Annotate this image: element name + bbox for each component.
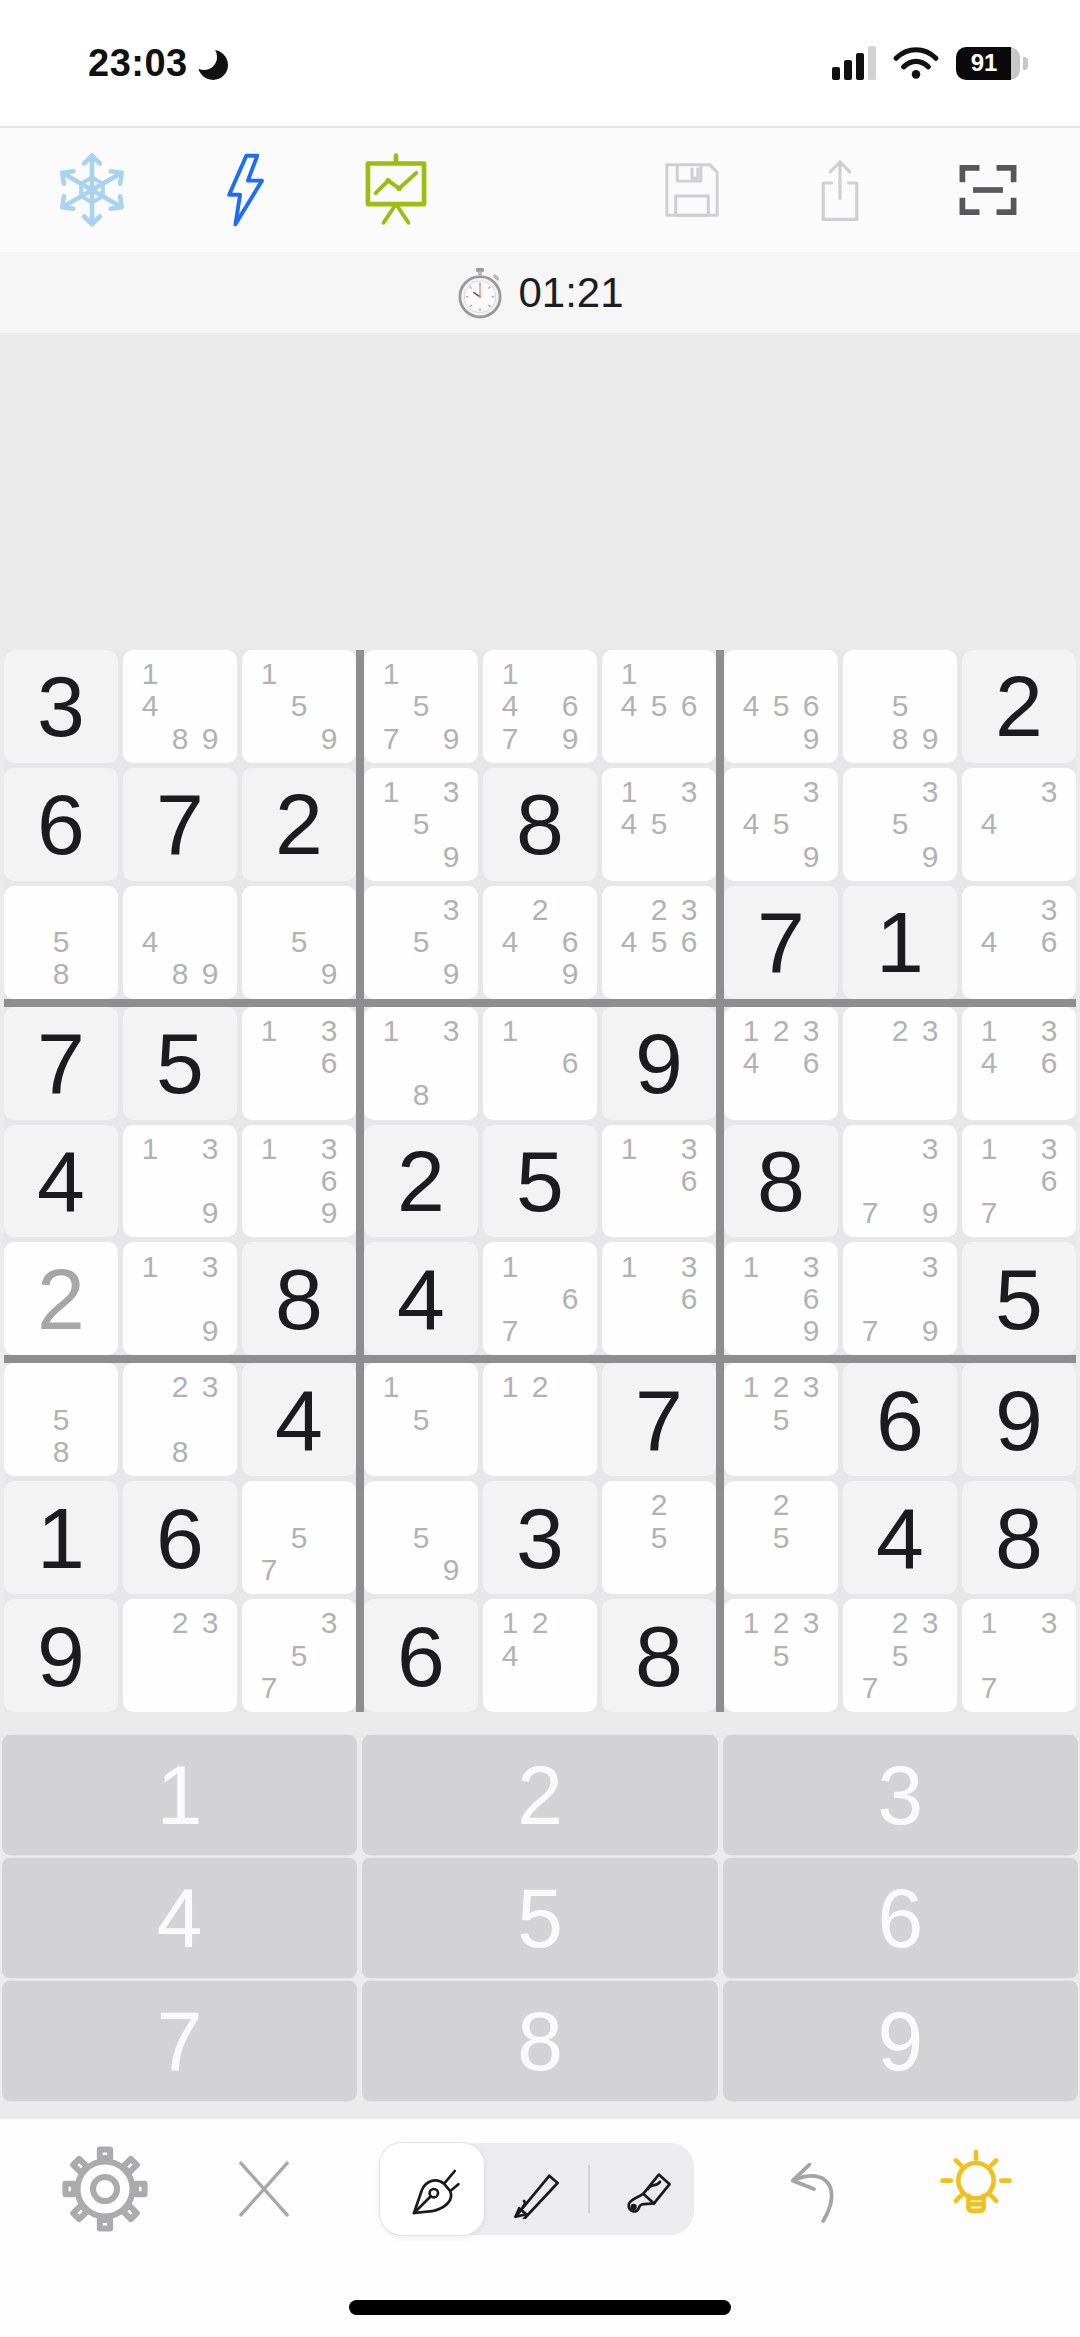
clock-time: 23:03	[88, 42, 188, 85]
cell-r4c2[interactable]: 5	[123, 1007, 237, 1120]
cell-r3c7[interactable]: 7	[724, 886, 838, 999]
top-toolbar	[0, 126, 1080, 252]
cell-r9c1[interactable]: 9	[4, 1599, 118, 1712]
cell-r9c8[interactable]: 2357	[843, 1599, 957, 1712]
hint-button[interactable]	[934, 2145, 1018, 2233]
candidates: 2357	[843, 1599, 957, 1712]
candidates: 15	[364, 1363, 478, 1476]
candidates: 1579	[364, 650, 478, 763]
cell-r3c9[interactable]: 346	[962, 886, 1076, 999]
pen-mode-segment[interactable]	[380, 2143, 484, 2235]
given-digit: 8	[635, 1613, 683, 1699]
sudoku-board: 3148915967258489591579146791456135981345…	[4, 650, 1076, 1712]
cell-r2c6[interactable]: 1345	[602, 768, 716, 881]
given-digit: 7	[37, 1020, 85, 1106]
given-digit: 6	[37, 781, 85, 867]
candidates: 1235	[724, 1599, 838, 1712]
cell-r4c1[interactable]: 7	[4, 1007, 118, 1120]
candidates: 1489	[123, 650, 237, 763]
box-8: 151275932561248	[364, 1363, 716, 1712]
candidates: 1235	[724, 1363, 838, 1476]
lightning-icon	[211, 151, 277, 229]
cell-r8c5[interactable]: 3	[483, 1481, 597, 1594]
cell-r3c4[interactable]: 359	[364, 886, 478, 999]
moon-icon	[198, 50, 228, 80]
cell-r9c9[interactable]: 137	[962, 1599, 1076, 1712]
freeze-button[interactable]	[44, 140, 140, 240]
candidates: 1346	[962, 1007, 1076, 1120]
cell-r8c4[interactable]: 59	[364, 1481, 478, 1594]
main-area: 3148915967258489591579146791456135981345…	[0, 333, 1080, 2337]
given-digit: 5	[156, 1020, 204, 1106]
cell-r3c5[interactable]: 2469	[483, 886, 597, 999]
given-digit: 1	[876, 899, 924, 985]
battery-icon: 91	[956, 47, 1028, 80]
cell-r6c6[interactable]: 136	[602, 1242, 716, 1355]
cell-r2c4[interactable]: 1359	[364, 768, 478, 881]
cell-r1c7[interactable]: 4569	[724, 650, 838, 763]
candidates: 346	[962, 886, 1076, 999]
box-7: 5823841657923357	[4, 1363, 356, 1712]
given-digit: 5	[516, 1138, 564, 1224]
cell-r2c7[interactable]: 3459	[724, 768, 838, 881]
candidates: 379	[843, 1125, 957, 1238]
pencil-mode-segment[interactable]	[484, 2143, 588, 2235]
candidates: 23	[843, 1007, 957, 1120]
save-button[interactable]	[644, 140, 740, 240]
signal-bars-icon	[832, 46, 876, 80]
given-digit: 7	[635, 1377, 683, 1463]
candidates: 589	[843, 650, 957, 763]
cell-r8c7[interactable]: 25	[724, 1481, 838, 1594]
cell-r5c2[interactable]: 139	[123, 1125, 237, 1238]
candidates: 3459	[724, 768, 838, 881]
cell-r4c5[interactable]: 16	[483, 1007, 597, 1120]
candidates: 138	[364, 1007, 478, 1120]
pencil-icon	[506, 2159, 566, 2219]
cell-r5c6[interactable]: 136	[602, 1125, 716, 1238]
numpad: 123456789	[2, 1736, 1078, 2100]
cell-r7c2[interactable]: 238	[123, 1363, 237, 1476]
cell-r6c8[interactable]: 379	[843, 1242, 957, 1355]
candidates: 58	[4, 1363, 118, 1476]
stopwatch-icon	[456, 267, 504, 319]
cell-r2c5[interactable]: 8	[483, 768, 597, 881]
input-mode-segmented-control	[380, 2143, 694, 2235]
given-digit: 6	[876, 1377, 924, 1463]
cell-r7c5[interactable]: 12	[483, 1363, 597, 1476]
given-digit: 4	[397, 1256, 445, 1342]
candidates: 379	[843, 1242, 957, 1355]
cell-r1c9[interactable]: 2	[962, 650, 1076, 763]
bottom-toolbar	[0, 2119, 1080, 2337]
cell-r4c4[interactable]: 138	[364, 1007, 478, 1120]
given-digit: 4	[876, 1495, 924, 1581]
cell-r7c3[interactable]: 4	[242, 1363, 356, 1476]
candidates: 359	[364, 886, 478, 999]
candidates: 357	[242, 1599, 356, 1712]
given-digit: 4	[275, 1377, 323, 1463]
share-icon	[805, 153, 875, 227]
numpad-button-5[interactable]: 5	[362, 1858, 717, 1978]
cell-r9c3[interactable]: 357	[242, 1599, 356, 1712]
given-digit: 2	[995, 663, 1043, 749]
numpad-button-4[interactable]: 4	[2, 1858, 357, 1978]
box-5: 138169251364167136	[364, 1007, 716, 1356]
candidates: 136	[602, 1242, 716, 1355]
cell-r9c5[interactable]: 124	[483, 1599, 597, 1712]
settings-button[interactable]	[62, 2146, 148, 2232]
numpad-button-9[interactable]: 9	[723, 1981, 1078, 2101]
cell-r8c8[interactable]: 4	[843, 1481, 957, 1594]
cell-r4c9[interactable]: 1346	[962, 1007, 1076, 1120]
cell-r2c9[interactable]: 34	[962, 768, 1076, 881]
cell-r3c3[interactable]: 59	[242, 886, 356, 999]
given-digit: 3	[37, 663, 85, 749]
fullscreen-button[interactable]	[940, 140, 1036, 240]
cell-r5c5[interactable]: 5	[483, 1125, 597, 1238]
floppy-disk-icon	[655, 153, 729, 227]
numpad-button-7[interactable]: 7	[2, 1981, 357, 2101]
cell-r3c2[interactable]: 489	[123, 886, 237, 999]
cell-r8c9[interactable]: 8	[962, 1481, 1076, 1594]
cell-r5c7[interactable]: 8	[724, 1125, 838, 1238]
share-button[interactable]	[792, 140, 888, 240]
presentation-chart-icon	[357, 151, 435, 229]
candidates: 25	[724, 1481, 838, 1594]
cell-r1c6[interactable]: 1456	[602, 650, 716, 763]
given-digit: 3	[516, 1495, 564, 1581]
timer-value: 01:21	[518, 269, 623, 317]
paint-mode-segment[interactable]	[590, 2143, 694, 2235]
erase-button[interactable]	[230, 2155, 298, 2223]
cell-r8c3[interactable]: 57	[242, 1481, 356, 1594]
candidates: 1369	[724, 1242, 838, 1355]
cell-r7c4[interactable]: 15	[364, 1363, 478, 1476]
sudoku-app-screen: 23:03 91	[0, 0, 1080, 2337]
given-digit: 8	[995, 1495, 1043, 1581]
cell-r2c1[interactable]: 6	[4, 768, 118, 881]
cell-r1c5[interactable]: 14679	[483, 650, 597, 763]
given-digit: 6	[397, 1613, 445, 1699]
candidates: 57	[242, 1481, 356, 1594]
cell-r8c6[interactable]: 25	[602, 1481, 716, 1594]
box-6: 123462313468379136713693795	[724, 1007, 1076, 1356]
candidates: 16	[483, 1007, 597, 1120]
fountain-pen-icon	[402, 2159, 462, 2219]
cell-r7c9[interactable]: 9	[962, 1363, 1076, 1476]
lightbulb-icon	[934, 2145, 1018, 2233]
cell-r6c7[interactable]: 1369	[724, 1242, 838, 1355]
wifi-icon	[892, 45, 940, 81]
cell-r4c7[interactable]: 12346	[724, 1007, 838, 1120]
cell-r5c9[interactable]: 1367	[962, 1125, 1076, 1238]
cell-r2c3[interactable]: 2	[242, 768, 356, 881]
cell-r6c9[interactable]: 5	[962, 1242, 1076, 1355]
candidates: 139	[123, 1125, 237, 1238]
cell-r6c4[interactable]: 4	[364, 1242, 478, 1355]
candidates: 12	[483, 1363, 597, 1476]
candidates: 4569	[724, 650, 838, 763]
cell-r9c6[interactable]: 8	[602, 1599, 716, 1712]
cell-r6c3[interactable]: 8	[242, 1242, 356, 1355]
given-digit: 8	[516, 781, 564, 867]
cell-r8c2[interactable]: 6	[123, 1481, 237, 1594]
candidates: 139	[123, 1242, 237, 1355]
numpad-button-8[interactable]: 8	[362, 1981, 717, 2101]
gear-icon	[62, 2146, 148, 2232]
cell-r6c5[interactable]: 167	[483, 1242, 597, 1355]
cell-r7c1[interactable]: 58	[4, 1363, 118, 1476]
paintbrush-icon	[612, 2159, 672, 2219]
candidates: 1345	[602, 768, 716, 881]
given-digit: 8	[275, 1256, 323, 1342]
user-digit: 2	[37, 1256, 85, 1342]
candidates: 359	[843, 768, 957, 881]
cell-r3c8[interactable]: 1	[843, 886, 957, 999]
snowflake-icon	[53, 151, 131, 229]
cell-r1c2[interactable]: 1489	[123, 650, 237, 763]
given-digit: 6	[156, 1495, 204, 1581]
cell-r2c8[interactable]: 359	[843, 768, 957, 881]
candidates: 58	[4, 886, 118, 999]
candidates: 59	[242, 886, 356, 999]
cell-r9c7[interactable]: 1235	[724, 1599, 838, 1712]
given-digit: 1	[37, 1495, 85, 1581]
cell-r6c2[interactable]: 139	[123, 1242, 237, 1355]
cell-r5c8[interactable]: 379	[843, 1125, 957, 1238]
candidates: 12346	[724, 1007, 838, 1120]
undo-button[interactable]	[776, 2151, 852, 2227]
box-9: 123569254812352357137	[724, 1363, 1076, 1712]
given-digit: 9	[635, 1020, 683, 1106]
cell-r4c3[interactable]: 136	[242, 1007, 356, 1120]
candidates: 1367	[962, 1125, 1076, 1238]
flash-button[interactable]	[196, 140, 292, 240]
candidates: 1369	[242, 1125, 356, 1238]
numpad-button-6[interactable]: 6	[723, 1858, 1078, 1978]
cell-r1c4[interactable]: 1579	[364, 650, 478, 763]
home-indicator[interactable]	[349, 2300, 731, 2315]
box-1: 314891596725848959	[4, 650, 356, 999]
battery-percent: 91	[956, 47, 1020, 80]
candidates: 59	[364, 1481, 478, 1594]
fullscreen-icon	[952, 158, 1024, 222]
cell-r3c6[interactable]: 23456	[602, 886, 716, 999]
cell-r7c8[interactable]: 6	[843, 1363, 957, 1476]
cell-r2c2[interactable]: 7	[123, 768, 237, 881]
candidates: 489	[123, 886, 237, 999]
candidates: 25	[602, 1481, 716, 1594]
numpad-button-1[interactable]: 1	[2, 1735, 357, 1855]
cell-r1c1[interactable]: 3	[4, 650, 118, 763]
box-4: 751364139136921398	[4, 1007, 356, 1356]
status-bar: 23:03 91	[0, 0, 1080, 126]
given-digit: 8	[757, 1138, 805, 1224]
cell-r8c1[interactable]: 1	[4, 1481, 118, 1594]
given-digit: 9	[995, 1377, 1043, 1463]
candidates: 14679	[483, 650, 597, 763]
cell-r4c6[interactable]: 9	[602, 1007, 716, 1120]
candidates: 238	[123, 1363, 237, 1476]
cell-r6c1[interactable]: 2	[4, 1242, 118, 1355]
cell-r4c8[interactable]: 23	[843, 1007, 957, 1120]
given-digit: 9	[37, 1613, 85, 1699]
given-digit: 7	[757, 899, 805, 985]
candidates: 34	[962, 768, 1076, 881]
undo-arrow-icon	[776, 2151, 852, 2227]
candidates: 1456	[602, 650, 716, 763]
stats-button[interactable]	[348, 140, 444, 240]
candidates: 23	[123, 1599, 237, 1712]
cell-r7c7[interactable]: 1235	[724, 1363, 838, 1476]
given-digit: 4	[37, 1138, 85, 1224]
candidates: 159	[242, 650, 356, 763]
numpad-button-3[interactable]: 3	[723, 1735, 1078, 1855]
cell-r7c6[interactable]: 7	[602, 1363, 716, 1476]
cell-r5c1[interactable]: 4	[4, 1125, 118, 1238]
cell-r5c3[interactable]: 1369	[242, 1125, 356, 1238]
candidates: 136	[242, 1007, 356, 1120]
x-icon	[230, 2155, 298, 2223]
cell-r5c4[interactable]: 2	[364, 1125, 478, 1238]
candidates: 1359	[364, 768, 478, 881]
cell-r1c3[interactable]: 159	[242, 650, 356, 763]
given-digit: 2	[397, 1138, 445, 1224]
candidates: 167	[483, 1242, 597, 1355]
cell-r9c2[interactable]: 23	[123, 1599, 237, 1712]
timer-bar: 01:21	[0, 252, 1080, 333]
box-3: 4569589234593593471346	[724, 650, 1076, 999]
candidates: 136	[602, 1125, 716, 1238]
box-2: 1579146791456135981345359246923456	[364, 650, 716, 999]
given-digit: 5	[995, 1256, 1043, 1342]
given-digit: 7	[156, 781, 204, 867]
numpad-button-2[interactable]: 2	[362, 1735, 717, 1855]
candidates: 23456	[602, 886, 716, 999]
cell-r3c1[interactable]: 58	[4, 886, 118, 999]
candidates: 137	[962, 1599, 1076, 1712]
cell-r1c8[interactable]: 589	[843, 650, 957, 763]
candidates: 2469	[483, 886, 597, 999]
cell-r9c4[interactable]: 6	[364, 1599, 478, 1712]
candidates: 124	[483, 1599, 597, 1712]
given-digit: 2	[275, 781, 323, 867]
